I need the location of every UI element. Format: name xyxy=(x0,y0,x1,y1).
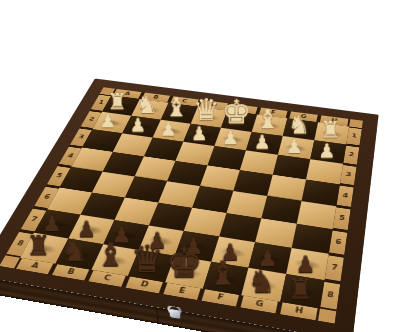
square-h7: ♟ xyxy=(286,248,329,280)
square-f2: ♟ xyxy=(246,132,283,155)
piece-shadow xyxy=(77,224,105,236)
piece-shadow xyxy=(227,117,250,126)
piece-shadow xyxy=(112,229,140,242)
piece-shadow xyxy=(109,102,132,111)
piece-shadow xyxy=(43,218,71,230)
piece-shadow xyxy=(137,260,166,274)
rank-label-2-right: 2 xyxy=(343,146,359,165)
square-g4 xyxy=(267,175,306,201)
square-e3 xyxy=(207,146,246,170)
border-corner xyxy=(0,255,20,268)
piece-shadow xyxy=(258,121,281,130)
scene: AABBCCDDEEFFGGHH1122334455667788 ♜♞♝♛♚♝♞… xyxy=(0,0,400,332)
rank-label-1-right: 1 xyxy=(346,127,361,145)
piece-shadow xyxy=(293,258,321,272)
rank-label-3-right: 3 xyxy=(340,165,357,185)
front-fold-seam xyxy=(156,307,159,324)
piece-shadow xyxy=(197,113,220,122)
photo-background: AABBCCDDEEFFGGHH1122334455667788 ♜♞♝♛♚♝♞… xyxy=(0,0,400,332)
piece-shadow xyxy=(183,240,211,253)
piece-shadow xyxy=(65,248,94,261)
piece-shadow xyxy=(160,126,184,135)
chessboard: AABBCCDDEEFFGGHH1122334455667788 ♜♞♝♛♚♝♞… xyxy=(0,78,379,332)
metal-clasp-front xyxy=(167,305,182,320)
border-corner xyxy=(318,309,336,324)
piece-shadow xyxy=(256,252,284,265)
piece-shadow xyxy=(168,109,191,118)
border-corner xyxy=(349,119,363,128)
clasp-plate xyxy=(170,309,180,319)
piece-shadow xyxy=(320,129,343,138)
piece-shadow xyxy=(219,246,247,259)
piece-shadow xyxy=(190,131,214,140)
piece-shadow xyxy=(147,235,175,248)
